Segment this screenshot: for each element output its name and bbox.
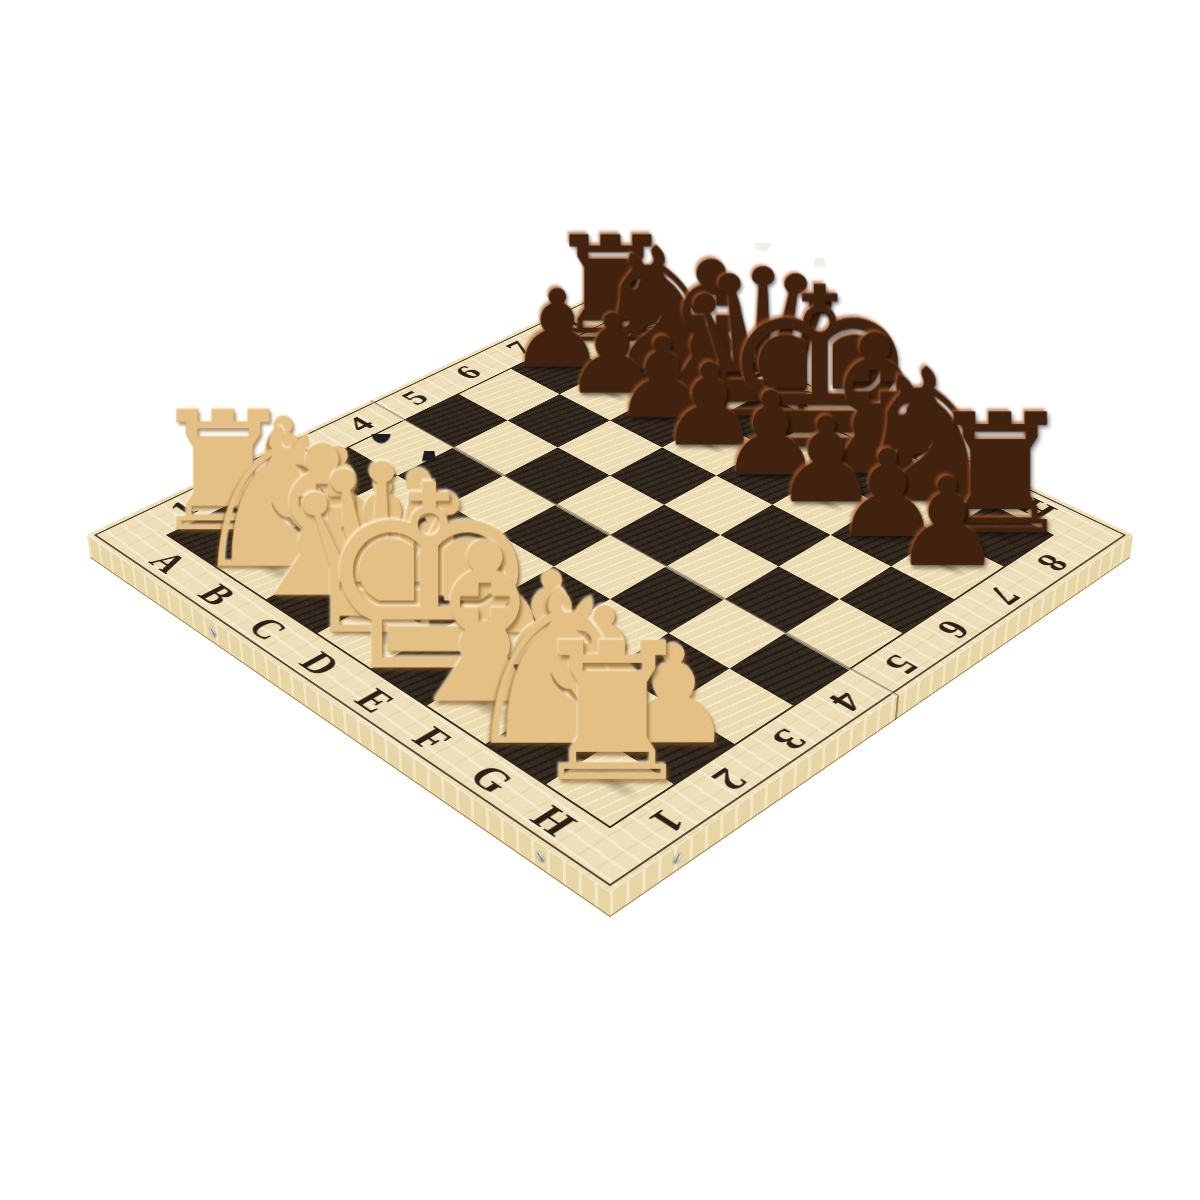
photo-canvas: ABCDEFGH ABCDEFGH 12345678 12345678 ♜♞♝♛… — [0, 0, 1200, 1200]
fold-seam-side — [895, 695, 899, 721]
square-h5 — [785, 599, 902, 668]
square-f5 — [666, 535, 778, 599]
square-g5 — [725, 566, 840, 633]
chessboard: ABCDEFGH ABCDEFGH 12345678 12345678 ♜♞♝♛… — [87, 287, 1134, 892]
pawn-glyph: ♟ — [893, 462, 1003, 584]
screw-icon — [536, 850, 544, 865]
square-g6 — [779, 535, 891, 599]
screw-icon — [673, 851, 681, 866]
screw-icon — [209, 626, 216, 639]
square-h4 — [729, 633, 848, 705]
rook-glyph: ♜ — [527, 619, 698, 809]
chessboard-scene: ABCDEFGH ABCDEFGH 12345678 12345678 ♜♞♝♛… — [240, 165, 980, 905]
square-h6 — [839, 566, 954, 633]
